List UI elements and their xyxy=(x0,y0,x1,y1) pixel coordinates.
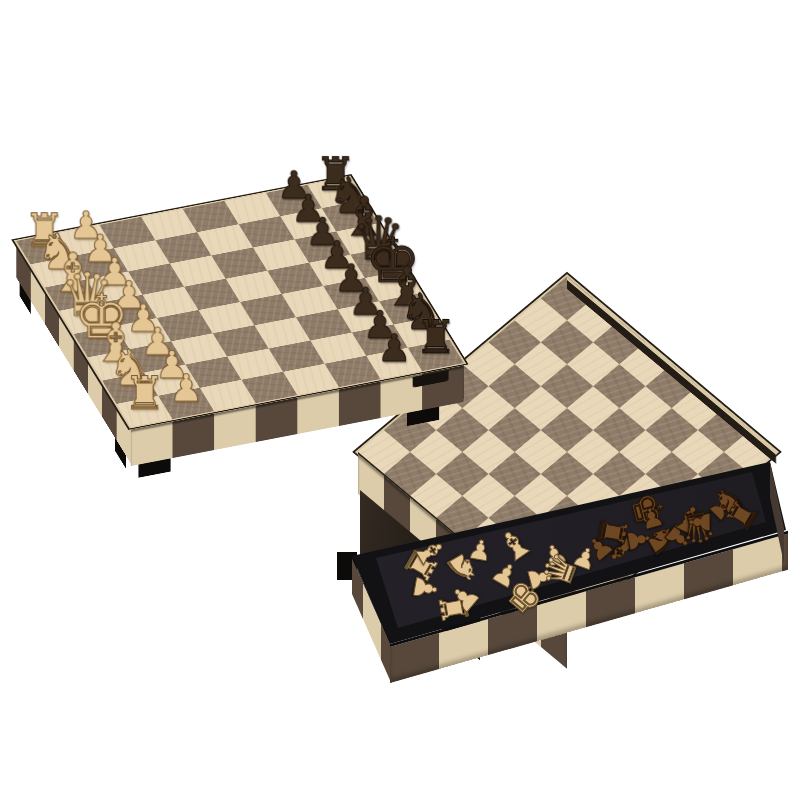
drawer-pieces-layer: ♜♝♟♜♞♟♟♟♝♚♟♟♛♟♟♜♝♟♚♟♞♟♝♛♟♟♞♜ xyxy=(0,0,800,800)
storage-drawer: ♜♝♟♜♞♟♟♟♝♚♟♟♛♟♟♜♝♟♚♟♞♟♝♛♟♟♞♜ xyxy=(0,0,800,800)
drawer-piece-black-rook: ♜ xyxy=(720,493,765,536)
product-photo-stage: ♜♞♝♛♚♝♞♜♟♟♟♟♟♟♟♟♟♟♟♟♟♟♟♟♜♞♝♛♚♝♞♜ ♜♝♟♜♞♟♟… xyxy=(0,0,800,800)
